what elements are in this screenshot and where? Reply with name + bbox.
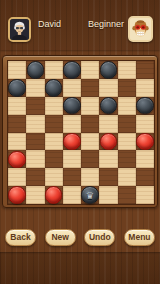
board-cell-a3[interactable] [8,150,26,168]
board-cell-h4[interactable] [136,133,154,151]
board-cell-e4 [81,133,99,151]
board-cell-a8 [8,61,26,79]
black-checker[interactable] [45,79,63,97]
board-cell-f2[interactable] [99,168,117,186]
black-checker[interactable] [63,61,81,79]
board-cell-g8 [118,61,136,79]
board-cell-h5 [136,115,154,133]
new-button[interactable]: New [45,229,76,246]
board-cell-b5 [26,115,44,133]
board-cell-e2 [81,168,99,186]
board-cell-a7[interactable] [8,79,26,97]
board-cell-b8[interactable] [26,61,44,79]
board-cell-a2 [8,168,26,186]
red-checker[interactable] [136,133,154,151]
board-cell-g5[interactable] [118,115,136,133]
black-checker[interactable] [8,79,26,97]
board-cell-h3 [136,150,154,168]
board-cell-h2[interactable] [136,168,154,186]
board-cell-c3[interactable] [45,150,63,168]
board-cell-e1[interactable]: ♛ [81,186,99,204]
board-cell-d1 [63,186,81,204]
old-man-avatar-icon [10,19,29,40]
back-button[interactable]: Back [5,229,36,246]
board-cell-h6[interactable] [136,97,154,115]
board-cell-f5 [99,115,117,133]
board-cell-c2 [45,168,63,186]
board-cell-e7[interactable] [81,79,99,97]
black-checker[interactable] [27,61,45,79]
top-bar: David Beginner [0,0,160,50]
board-cell-a5[interactable] [8,115,26,133]
board-cell-g7[interactable] [118,79,136,97]
king-crown-icon: ♛ [86,188,95,203]
board-cell-a1[interactable] [8,186,26,204]
board-cell-b3 [26,150,44,168]
black-king-checker[interactable]: ♛ [81,186,99,204]
red-checker[interactable] [8,186,26,204]
board-cell-e6 [81,97,99,115]
board-cell-d2[interactable] [63,168,81,186]
board-cell-c4 [45,133,63,151]
undo-button[interactable]: Undo [84,229,115,246]
board-cell-h8[interactable] [136,61,154,79]
opponent-avatar [128,16,153,42]
board-cell-g1[interactable] [118,186,136,204]
board-cell-h7 [136,79,154,97]
board-cell-c1[interactable] [45,186,63,204]
bottom-strip [0,252,160,284]
board-cell-f8[interactable] [99,61,117,79]
board-cell-b4[interactable] [26,133,44,151]
board-cell-e8 [81,61,99,79]
red-checker[interactable] [63,133,81,151]
red-checker[interactable] [8,151,26,169]
board-cell-h1 [136,186,154,204]
board-cell-f4[interactable] [99,133,117,151]
black-checker[interactable] [100,97,118,115]
board-cell-a4 [8,133,26,151]
board-cell-g6 [118,97,136,115]
player-name-label: David [38,18,61,30]
board-cell-b7 [26,79,44,97]
red-checker[interactable] [45,186,63,204]
board-cell-g4 [118,133,136,151]
board-cell-f7 [99,79,117,97]
board-cell-a6 [8,97,26,115]
board-cell-d7 [63,79,81,97]
toolbar: Back New Undo Menu [0,228,160,246]
board-cell-f1 [99,186,117,204]
board-cell-e5[interactable] [81,115,99,133]
black-checker[interactable] [63,97,81,115]
black-checker[interactable] [100,61,118,79]
board-grid: ♛ [8,61,154,204]
board-cell-d3 [63,150,81,168]
board-cell-g2 [118,168,136,186]
board-cell-g3[interactable] [118,150,136,168]
board-cell-d4[interactable] [63,133,81,151]
board-cell-f6[interactable] [99,97,117,115]
opponent-level-label: Beginner [88,18,124,30]
menu-button[interactable]: Menu [124,229,155,246]
board-cell-d8[interactable] [63,61,81,79]
red-checker[interactable] [100,133,118,151]
board-cell-d6[interactable] [63,97,81,115]
checkers-board-frame: ♛ [2,55,158,208]
player-avatar [8,17,31,42]
checkers-app-screen: David Beginner ♛ B [0,0,160,284]
board-cell-b2[interactable] [26,168,44,186]
monkey-avatar-icon [130,18,151,40]
board-cell-b6[interactable] [26,97,44,115]
board-cell-c5[interactable] [45,115,63,133]
board-cell-d5 [63,115,81,133]
board-cell-c6 [45,97,63,115]
board-cell-c8 [45,61,63,79]
board-cell-f3 [99,150,117,168]
board-cell-c7[interactable] [45,79,63,97]
board-cell-b1 [26,186,44,204]
black-checker[interactable] [136,97,154,115]
board-cell-e3[interactable] [81,150,99,168]
